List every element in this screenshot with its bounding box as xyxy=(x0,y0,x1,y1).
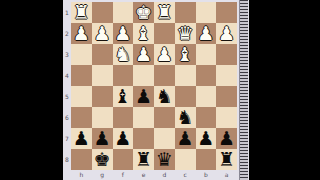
square-e4 xyxy=(133,65,154,86)
square-d8: ♛ xyxy=(154,149,175,170)
file-label-g: g xyxy=(92,170,113,180)
square-h5 xyxy=(71,86,92,107)
rank-label-5: 5 xyxy=(63,86,71,107)
square-g1 xyxy=(92,2,113,23)
rank-label-7: 7 xyxy=(63,128,71,149)
rank-label-3: 3 xyxy=(63,44,71,65)
file-label-a: a xyxy=(216,170,237,180)
file-labels: hgfedcba xyxy=(71,170,237,180)
file-label-c: c xyxy=(175,170,196,180)
white-pawn-f2: ♟ xyxy=(114,24,131,43)
square-a6 xyxy=(216,107,237,128)
square-d6 xyxy=(154,107,175,128)
black-rook-e8: ♜ xyxy=(135,150,152,169)
sprocket-strip-decoration xyxy=(239,0,248,180)
white-rook-h1: ♜ xyxy=(73,3,90,22)
square-d1: ♜ xyxy=(154,2,175,23)
square-f1 xyxy=(113,2,134,23)
square-e3: ♟ xyxy=(133,44,154,65)
letterbox-left xyxy=(0,0,63,180)
square-b4 xyxy=(196,65,217,86)
black-pawn-b7: ♟ xyxy=(197,129,214,148)
square-f2: ♟ xyxy=(113,23,134,44)
black-pawn-e5: ♟ xyxy=(135,87,152,106)
white-bishop-c3: ♝ xyxy=(177,45,194,64)
black-pawn-f7: ♟ xyxy=(114,129,131,148)
square-h3 xyxy=(71,44,92,65)
square-c1 xyxy=(175,2,196,23)
white-pawn-b2: ♟ xyxy=(197,24,214,43)
white-pawn-a2: ♟ xyxy=(218,24,235,43)
square-h4 xyxy=(71,65,92,86)
white-queen-c2: ♛ xyxy=(177,24,194,43)
square-c8 xyxy=(175,149,196,170)
square-d3: ♟ xyxy=(154,44,175,65)
square-f8 xyxy=(113,149,134,170)
square-b6 xyxy=(196,107,217,128)
square-c4 xyxy=(175,65,196,86)
black-pawn-a7: ♟ xyxy=(218,129,235,148)
black-pawn-g7: ♟ xyxy=(94,129,111,148)
square-a2: ♟ xyxy=(216,23,237,44)
black-pawn-c7: ♟ xyxy=(177,129,194,148)
black-rook-a8: ♜ xyxy=(218,150,235,169)
square-e1: ♚ xyxy=(133,2,154,23)
square-c2: ♛ xyxy=(175,23,196,44)
square-e7 xyxy=(133,128,154,149)
white-rook-d1: ♜ xyxy=(156,3,173,22)
square-a8: ♜ xyxy=(216,149,237,170)
square-f3: ♞ xyxy=(113,44,134,65)
white-bishop-e2: ♝ xyxy=(135,24,152,43)
file-label-f: f xyxy=(113,170,134,180)
white-knight-f3: ♞ xyxy=(114,45,131,64)
square-h1: ♜ xyxy=(71,2,92,23)
rank-label-1: 1 xyxy=(63,2,71,23)
rank-label-2: 2 xyxy=(63,23,71,44)
square-a3 xyxy=(216,44,237,65)
square-c7: ♟ xyxy=(175,128,196,149)
square-g7: ♟ xyxy=(92,128,113,149)
black-queen-d8: ♛ xyxy=(156,150,173,169)
square-d7 xyxy=(154,128,175,149)
square-g5 xyxy=(92,86,113,107)
square-a1 xyxy=(216,2,237,23)
black-bishop-f5: ♝ xyxy=(114,87,131,106)
square-h7: ♟ xyxy=(71,128,92,149)
rank-labels: 12345678 xyxy=(63,2,71,170)
square-g8: ♚ xyxy=(92,149,113,170)
white-pawn-d3: ♟ xyxy=(156,45,173,64)
square-g4 xyxy=(92,65,113,86)
square-h6 xyxy=(71,107,92,128)
square-a7: ♟ xyxy=(216,128,237,149)
square-c5 xyxy=(175,86,196,107)
square-f4 xyxy=(113,65,134,86)
square-e2: ♝ xyxy=(133,23,154,44)
white-king-e1: ♚ xyxy=(135,3,152,22)
rank-label-8: 8 xyxy=(63,149,71,170)
chess-board: ♜♚♜♟♟♟♝♛♟♟♞♟♟♝♝♟♞♞♟♟♟♟♟♟♚♜♛♜ xyxy=(71,2,237,170)
square-d2 xyxy=(154,23,175,44)
square-b2: ♟ xyxy=(196,23,217,44)
black-king-g8: ♚ xyxy=(94,150,111,169)
white-pawn-h2: ♟ xyxy=(73,24,90,43)
video-still-stage: 12345678 ♜♚♜♟♟♟♝♛♟♟♞♟♟♝♝♟♞♞♟♟♟♟♟♟♚♜♛♜ hg… xyxy=(0,0,320,180)
black-knight-c6: ♞ xyxy=(177,108,194,127)
square-c3: ♝ xyxy=(175,44,196,65)
black-knight-d5: ♞ xyxy=(156,87,173,106)
rank-label-4: 4 xyxy=(63,65,71,86)
square-c6: ♞ xyxy=(175,107,196,128)
square-a5 xyxy=(216,86,237,107)
letterbox-right xyxy=(249,0,320,180)
square-h2: ♟ xyxy=(71,23,92,44)
square-b1 xyxy=(196,2,217,23)
square-e8: ♜ xyxy=(133,149,154,170)
square-b7: ♟ xyxy=(196,128,217,149)
file-label-h: h xyxy=(71,170,92,180)
square-e5: ♟ xyxy=(133,86,154,107)
square-b3 xyxy=(196,44,217,65)
rank-label-6: 6 xyxy=(63,107,71,128)
square-e6 xyxy=(133,107,154,128)
white-pawn-e3: ♟ xyxy=(135,45,152,64)
square-d4 xyxy=(154,65,175,86)
square-h8 xyxy=(71,149,92,170)
square-g3 xyxy=(92,44,113,65)
chess-board-frame: 12345678 ♜♚♜♟♟♟♝♛♟♟♞♟♟♝♝♟♞♞♟♟♟♟♟♟♚♜♛♜ hg… xyxy=(63,0,249,180)
square-g6 xyxy=(92,107,113,128)
black-pawn-h7: ♟ xyxy=(73,129,90,148)
square-f6 xyxy=(113,107,134,128)
square-f7: ♟ xyxy=(113,128,134,149)
file-label-d: d xyxy=(154,170,175,180)
square-b8 xyxy=(196,149,217,170)
file-label-e: e xyxy=(133,170,154,180)
square-b5 xyxy=(196,86,217,107)
file-label-b: b xyxy=(196,170,217,180)
square-f5: ♝ xyxy=(113,86,134,107)
square-a4 xyxy=(216,65,237,86)
white-pawn-g2: ♟ xyxy=(94,24,111,43)
square-g2: ♟ xyxy=(92,23,113,44)
square-d5: ♞ xyxy=(154,86,175,107)
